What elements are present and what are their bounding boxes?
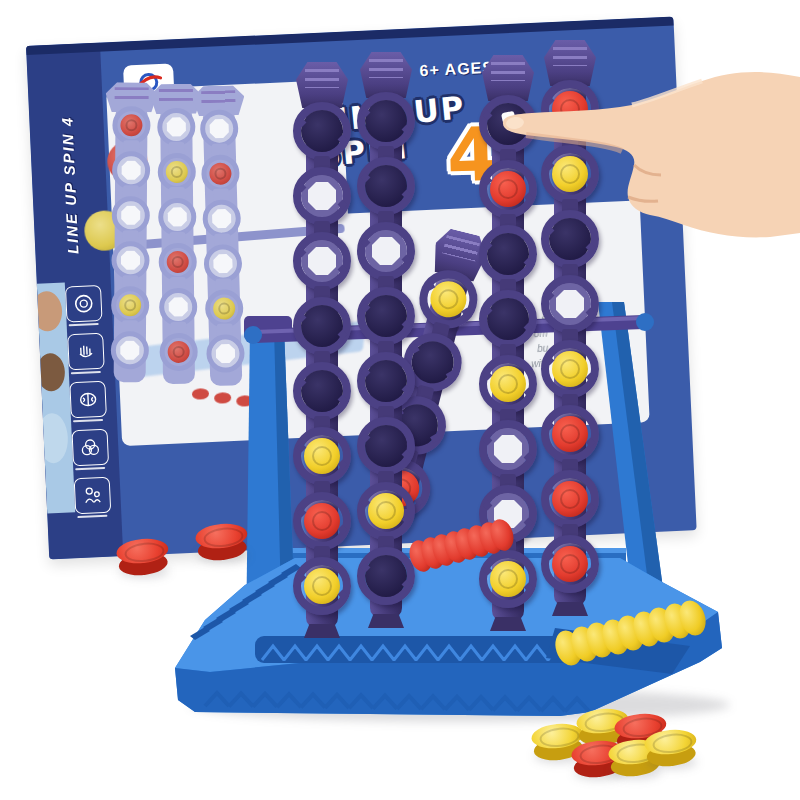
red-loose-disc[interactable] bbox=[115, 536, 170, 577]
red-loose-disc[interactable] bbox=[194, 521, 249, 562]
product-photo-stage: LINE UP SPIN 4 ◀ e om bu with 6+ AGES LI… bbox=[0, 0, 800, 800]
yellow-loose-disc[interactable] bbox=[643, 727, 698, 768]
pointing-hand bbox=[470, 55, 800, 265]
